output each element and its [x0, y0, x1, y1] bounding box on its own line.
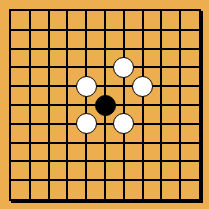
grid-line-horizontal-6: [11, 123, 199, 125]
grid-line-horizontal-8: [11, 160, 199, 162]
goban-diagram: [0, 0, 209, 209]
stone-white-G8[interactable]: [113, 57, 134, 78]
stone-white-H7[interactable]: [132, 76, 153, 97]
grid-line-vertical-9: [179, 11, 181, 199]
grid-line-vertical-7: [142, 11, 144, 199]
stone-white-E5[interactable]: [76, 113, 97, 134]
grid-line-vertical-8: [160, 11, 162, 199]
go-board[interactable]: [9, 9, 201, 201]
stone-black-F6[interactable]: [95, 95, 116, 116]
grid-line-vertical-6: [123, 11, 125, 199]
grid-line-horizontal-7: [11, 142, 199, 144]
stone-white-E7[interactable]: [76, 76, 97, 97]
grid-line-horizontal-9: [11, 179, 199, 181]
stone-white-G5[interactable]: [113, 113, 134, 134]
